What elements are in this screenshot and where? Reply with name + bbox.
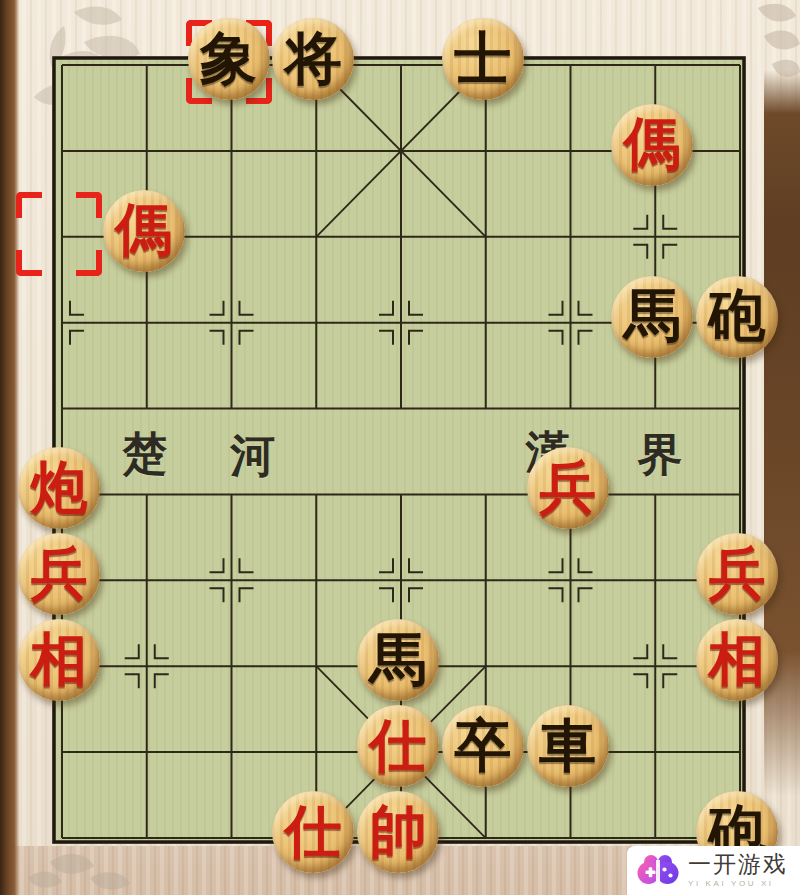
- gamepad-brain-icon: [636, 852, 680, 890]
- piece-red-elephant[interactable]: 相: [18, 619, 100, 701]
- piece-glyph: 傌: [115, 201, 172, 258]
- piece-red-elephant[interactable]: 相: [696, 619, 778, 701]
- piece-black-chariot[interactable]: 車: [527, 705, 609, 787]
- watermark-title: 一开游戏: [688, 853, 788, 876]
- river-text-he: 河: [227, 430, 279, 482]
- piece-red-advisor[interactable]: 仕: [272, 791, 354, 873]
- piece-red-pawn[interactable]: 兵: [527, 447, 609, 529]
- bracket-corner: [16, 192, 42, 218]
- piece-glyph: 帥: [370, 803, 427, 860]
- bracket-corner: [76, 192, 102, 218]
- piece-black-advisor[interactable]: 士: [442, 18, 524, 100]
- piece-glyph: 砲: [709, 287, 766, 344]
- piece-glyph: 兵: [539, 459, 596, 516]
- piece-red-cannon[interactable]: 炮: [18, 447, 100, 529]
- left-wood-frame: [0, 0, 19, 895]
- piece-glyph: 車: [539, 717, 596, 774]
- piece-red-advisor[interactable]: 仕: [357, 705, 439, 787]
- piece-glyph: 象: [200, 30, 257, 87]
- piece-black-cannon[interactable]: 砲: [696, 276, 778, 358]
- piece-red-horse[interactable]: 傌: [611, 104, 693, 186]
- piece-glyph: 仕: [285, 803, 342, 860]
- watermark-subtitle: YI KAI YOU XI: [688, 880, 788, 888]
- piece-glyph: 相: [31, 631, 88, 688]
- piece-red-pawn[interactable]: 兵: [18, 533, 100, 615]
- xiangqi-game-screen: 楚 河 漢 界 象将士傌傌馬砲炮兵兵兵相馬相仕卒車仕帥砲: [0, 0, 800, 895]
- river-text-jie: 界: [634, 429, 686, 481]
- piece-glyph: 仕: [370, 717, 427, 774]
- piece-glyph: 士: [454, 30, 511, 87]
- piece-black-horse[interactable]: 馬: [357, 619, 439, 701]
- piece-glyph: 兵: [709, 545, 766, 602]
- piece-glyph: 兵: [31, 545, 88, 602]
- watermark-badge: 一开游戏 YI KAI YOU XI: [627, 846, 800, 895]
- piece-glyph: 傌: [624, 115, 681, 172]
- piece-black-pawn[interactable]: 卒: [442, 705, 524, 787]
- piece-red-general[interactable]: 帥: [357, 791, 439, 873]
- bracket-corner: [16, 250, 42, 276]
- piece-black-horse[interactable]: 馬: [611, 276, 693, 358]
- piece-glyph: 馬: [624, 287, 681, 344]
- piece-black-general[interactable]: 将: [272, 18, 354, 100]
- piece-glyph: 将: [285, 30, 342, 87]
- piece-glyph: 相: [709, 631, 766, 688]
- piece-glyph: 馬: [370, 631, 427, 688]
- piece-black-elephant[interactable]: 象: [188, 18, 270, 100]
- piece-glyph: 炮: [31, 459, 88, 516]
- bracket-corner: [76, 250, 102, 276]
- piece-red-horse[interactable]: 傌: [103, 190, 185, 272]
- piece-red-pawn[interactable]: 兵: [696, 533, 778, 615]
- river-text-chu: 楚: [119, 428, 171, 480]
- piece-glyph: 卒: [454, 717, 511, 774]
- last-move-marker: [16, 192, 102, 276]
